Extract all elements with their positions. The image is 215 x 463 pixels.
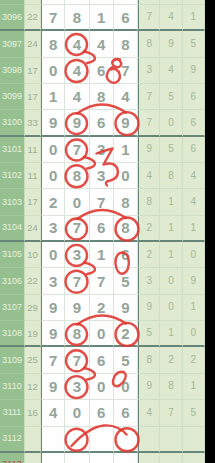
pending-period-label: 3113 [2, 460, 21, 463]
digit-cell: 8 [114, 216, 138, 242]
digit-cell: 7 [90, 189, 114, 215]
digit-cell: 8 [65, 321, 89, 347]
period-cell: 3102 [0, 163, 25, 189]
extra-cell: 5 [183, 400, 205, 426]
digit-cell [90, 427, 114, 453]
period-cell: 3103 [0, 189, 25, 215]
period-cell: 3105 [0, 242, 25, 268]
sum-cell: 12 [25, 374, 41, 400]
period-cell: 3111 [0, 400, 25, 426]
digit-cell: 7 [90, 268, 114, 294]
sum-cell [25, 453, 41, 463]
digit-cell: 1 [90, 5, 114, 31]
extra-cell: 8 [138, 31, 160, 57]
period-cell: 3107 [0, 295, 25, 321]
extra-cell: 1 [160, 216, 182, 242]
extra-cell: 2 [183, 347, 205, 373]
period-cell: 3112 [0, 427, 25, 453]
extra-cell: 4 [183, 163, 205, 189]
digit-cell: 8 [41, 31, 65, 57]
lottery-trend-screen: 3096227816741309724844889530981704673493… [0, 0, 215, 463]
extra-cell: 8 [138, 189, 160, 215]
period-cell: 3097 [0, 31, 25, 57]
digit-cell: 9 [65, 295, 89, 321]
extra-cell [183, 427, 205, 453]
digit-cell: 4 [65, 31, 89, 57]
extra-cell: 7 [138, 5, 160, 31]
extra-cell: 3 [138, 58, 160, 84]
digit-cell: 0 [114, 163, 138, 189]
digit-cell: 0 [90, 321, 114, 347]
digit-cell [41, 427, 65, 453]
period-cell: 3096 [0, 5, 25, 31]
extra-cell: 7 [138, 84, 160, 110]
sum-cell: 11 [25, 137, 41, 163]
digit-cell: 9 [41, 110, 65, 136]
digit-cell: 3 [90, 137, 114, 163]
sum-cell: 17 [25, 58, 41, 84]
period-cell: 3101 [0, 137, 25, 163]
sum-cell: 22 [25, 5, 41, 31]
digit-cell: 2 [90, 295, 114, 321]
extra-cell: 4 [160, 58, 182, 84]
digit-cell: 4 [41, 400, 65, 426]
digit-cell: 6 [114, 242, 138, 268]
digit-cell: 9 [41, 374, 65, 400]
digit-cell: 8 [65, 163, 89, 189]
digit-cell: 1 [90, 242, 114, 268]
extra-cell: 0 [160, 268, 182, 294]
sum-cell [25, 427, 41, 453]
digit-cell: 2 [114, 321, 138, 347]
sum-cell: 17 [25, 84, 41, 110]
extra-cell: 9 [183, 58, 205, 84]
digit-cell: 3 [65, 374, 89, 400]
digit-cell: 6 [90, 216, 114, 242]
digit-cell: 9 [114, 295, 138, 321]
digit-cell [65, 453, 89, 463]
digit-cell: 7 [65, 137, 89, 163]
period-cell: 3108 [0, 321, 25, 347]
period-cell: 3110 [0, 374, 25, 400]
extra-cell: 7 [138, 110, 160, 136]
digit-cell: 9 [65, 110, 89, 136]
digit-cell: 0 [114, 374, 138, 400]
digit-cell: 7 [114, 58, 138, 84]
digit-cell: 7 [65, 347, 89, 373]
extra-cell: 1 [160, 321, 182, 347]
period-cell-pending: 3113 [0, 453, 25, 463]
extra-cell: 0 [160, 110, 182, 136]
extra-cell: 0 [183, 242, 205, 268]
digit-cell: 1 [114, 137, 138, 163]
digit-cell: 6 [90, 110, 114, 136]
digit-cell: 7 [65, 268, 89, 294]
extra-cell: 6 [183, 110, 205, 136]
extra-cell: 6 [183, 84, 205, 110]
digit-cell: 8 [90, 84, 114, 110]
extra-cell: 5 [160, 137, 182, 163]
extra-cell: 9 [138, 295, 160, 321]
period-cell: 3100 [0, 110, 25, 136]
extra-cell: 7 [160, 400, 182, 426]
extra-cell: 1 [160, 242, 182, 268]
digit-cell: 8 [65, 5, 89, 31]
extra-cell [160, 427, 182, 453]
digit-cell: 4 [114, 84, 138, 110]
period-cell: 3104 [0, 216, 25, 242]
digit-cell: 6 [114, 400, 138, 426]
extra-cell: 1 [183, 295, 205, 321]
extra-cell: 8 [160, 374, 182, 400]
extra-cell: 1 [160, 189, 182, 215]
extra-cell: 0 [183, 321, 205, 347]
digit-cell: 9 [41, 295, 65, 321]
digit-cell [114, 453, 138, 463]
extra-cell: 1 [183, 374, 205, 400]
sum-cell: 33 [25, 110, 41, 136]
extra-cell: 0 [160, 295, 182, 321]
digit-cell: 0 [90, 374, 114, 400]
digit-cell: 6 [114, 5, 138, 31]
digit-cell: 4 [65, 84, 89, 110]
digit-cell: 3 [90, 163, 114, 189]
extra-cell: 6 [183, 137, 205, 163]
digit-cell: 0 [41, 137, 65, 163]
sum-cell: 17 [25, 189, 41, 215]
digit-cell: 0 [65, 400, 89, 426]
extra-cell: 4 [183, 189, 205, 215]
digit-cell: 3 [41, 216, 65, 242]
extra-cell: 2 [138, 216, 160, 242]
sum-cell: 10 [25, 242, 41, 268]
sum-cell: 16 [25, 400, 41, 426]
period-cell: 3109 [0, 347, 25, 373]
extra-cell: 4 [138, 400, 160, 426]
digit-cell: 0 [41, 58, 65, 84]
digit-cell: 9 [41, 321, 65, 347]
extra-cell [138, 427, 160, 453]
extra-cell: 5 [183, 31, 205, 57]
digit-cell: 7 [41, 347, 65, 373]
screen-edge-strip [205, 0, 215, 463]
digit-cell [65, 427, 89, 453]
sum-cell: 24 [25, 31, 41, 57]
period-cell: 3106 [0, 268, 25, 294]
digit-cell: 6 [90, 58, 114, 84]
digit-cell: 3 [41, 268, 65, 294]
digit-cell [41, 453, 65, 463]
digit-cell [90, 453, 114, 463]
extra-cell: 9 [138, 374, 160, 400]
sum-cell: 29 [25, 295, 41, 321]
extra-cell: 1 [183, 5, 205, 31]
sum-cell: 11 [25, 163, 41, 189]
extra-cell: 2 [160, 347, 182, 373]
extra-cell: 8 [160, 163, 182, 189]
digit-cell: 6 [90, 347, 114, 373]
digit-cell: 5 [114, 347, 138, 373]
digit-cell [114, 427, 138, 453]
trend-table: 3096227816741309724844889530981704673493… [0, 0, 205, 463]
period-cell: 3098 [0, 58, 25, 84]
digit-cell: 0 [41, 242, 65, 268]
extra-cell: 4 [160, 5, 182, 31]
digit-cell: 5 [114, 268, 138, 294]
extra-cell: 1 [183, 216, 205, 242]
digit-cell: 2 [41, 189, 65, 215]
sum-cell: 25 [25, 347, 41, 373]
digit-cell: 0 [65, 189, 89, 215]
extra-cell: 2 [138, 242, 160, 268]
digit-cell: 4 [90, 31, 114, 57]
extra-cell: 5 [138, 321, 160, 347]
digit-cell: 3 [65, 242, 89, 268]
digit-cell: 6 [90, 400, 114, 426]
sum-cell: 22 [25, 268, 41, 294]
digit-cell: 7 [65, 216, 89, 242]
sum-cell: 19 [25, 321, 41, 347]
extra-cell [138, 453, 160, 463]
extra-cell: 5 [160, 84, 182, 110]
digit-cell: 8 [114, 31, 138, 57]
extra-cell: 8 [138, 347, 160, 373]
extra-cell: 9 [138, 137, 160, 163]
extra-cell: 4 [138, 163, 160, 189]
digit-cell: 1 [41, 84, 65, 110]
digit-cell: 8 [114, 189, 138, 215]
extra-cell [183, 453, 205, 463]
extra-cell: 9 [160, 31, 182, 57]
digit-cell: 9 [114, 110, 138, 136]
digit-cell: 0 [41, 163, 65, 189]
extra-cell: 3 [138, 268, 160, 294]
digit-cell: 4 [65, 58, 89, 84]
sum-cell: 24 [25, 216, 41, 242]
period-cell: 3099 [0, 84, 25, 110]
extra-cell [160, 453, 182, 463]
digit-cell: 7 [41, 5, 65, 31]
extra-cell: 9 [183, 268, 205, 294]
